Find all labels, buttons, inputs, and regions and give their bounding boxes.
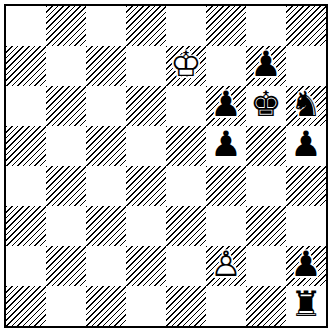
black-knight: ♞ [286,86,326,126]
square-c7 [86,46,126,86]
square-a6 [6,86,46,126]
square-f4 [206,166,246,206]
square-a4 [6,166,46,206]
square-h1: ♜ [286,286,326,326]
square-b5 [46,126,86,166]
square-a8 [6,6,46,46]
square-e8 [166,6,206,46]
square-f8 [206,6,246,46]
square-b6 [46,86,86,126]
square-d3 [126,206,166,246]
black-king: ♚ [246,86,286,126]
square-g3 [246,206,286,246]
square-a3 [6,206,46,246]
square-a7 [6,46,46,86]
black-pawn: ♟ [246,46,286,86]
square-b7 [46,46,86,86]
square-d1 [126,286,166,326]
square-c3 [86,206,126,246]
square-g8 [246,6,286,46]
square-e5 [166,126,206,166]
square-d8 [126,6,166,46]
black-pawn: ♟ [206,126,246,166]
square-a5 [6,126,46,166]
square-d6 [126,86,166,126]
square-e2 [166,246,206,286]
black-pawn: ♟ [206,86,246,126]
square-f3 [206,206,246,246]
square-g2 [246,246,286,286]
chess-diagram: ♚♔♟♟♚♞♟♟♟♙♟♜ [0,0,332,332]
square-a1 [6,286,46,326]
square-c5 [86,126,126,166]
square-c8 [86,6,126,46]
square-f2: ♟♙ [206,246,246,286]
square-h6: ♞ [286,86,326,126]
square-b2 [46,246,86,286]
square-h8 [286,6,326,46]
square-g6: ♚ [246,86,286,126]
square-e6 [166,86,206,126]
square-e1 [166,286,206,326]
square-c6 [86,86,126,126]
white-king: ♚♔ [166,46,206,86]
square-b3 [46,206,86,246]
square-b8 [46,6,86,46]
square-d7 [126,46,166,86]
square-d5 [126,126,166,166]
square-d2 [126,246,166,286]
chess-board: ♚♔♟♟♚♞♟♟♟♙♟♜ [4,4,328,328]
square-f6: ♟ [206,86,246,126]
square-g4 [246,166,286,206]
square-g1 [246,286,286,326]
square-e3 [166,206,206,246]
square-e7: ♚♔ [166,46,206,86]
black-rook: ♜ [286,286,326,326]
square-b4 [46,166,86,206]
square-h4 [286,166,326,206]
square-e4 [166,166,206,206]
square-a2 [6,246,46,286]
white-pawn: ♟♙ [206,246,246,286]
black-pawn: ♟ [286,126,326,166]
square-c4 [86,166,126,206]
black-pawn: ♟ [286,246,326,286]
square-g5 [246,126,286,166]
square-h7 [286,46,326,86]
square-h3 [286,206,326,246]
square-f5: ♟ [206,126,246,166]
square-f7 [206,46,246,86]
square-h5: ♟ [286,126,326,166]
square-c1 [86,286,126,326]
square-d4 [126,166,166,206]
square-b1 [46,286,86,326]
square-c2 [86,246,126,286]
square-f1 [206,286,246,326]
square-g7: ♟ [246,46,286,86]
square-h2: ♟ [286,246,326,286]
